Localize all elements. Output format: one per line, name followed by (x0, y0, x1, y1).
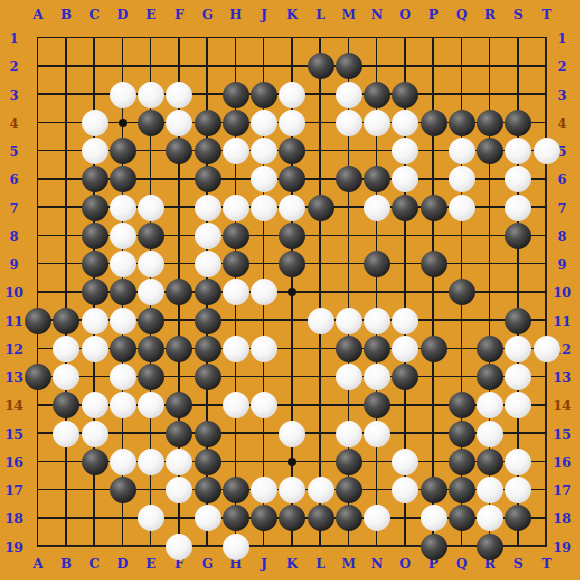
cell-B7[interactable] (52, 193, 80, 221)
cell-M13[interactable] (335, 363, 363, 391)
cell-D17[interactable] (109, 476, 137, 504)
cell-L17[interactable] (306, 476, 334, 504)
cell-A9[interactable] (24, 250, 52, 278)
cell-N4[interactable] (363, 109, 391, 137)
cell-S13[interactable] (504, 363, 532, 391)
cell-A5[interactable] (24, 137, 52, 165)
cell-L18[interactable] (306, 504, 334, 532)
cell-D1[interactable] (109, 24, 137, 52)
cell-T7[interactable] (532, 193, 560, 221)
cell-M12[interactable] (335, 335, 363, 363)
cell-C2[interactable] (80, 52, 108, 80)
cell-M18[interactable] (335, 504, 363, 532)
cell-K10[interactable] (278, 278, 306, 306)
cell-H5[interactable] (222, 137, 250, 165)
cell-A10[interactable] (24, 278, 52, 306)
cell-E11[interactable] (137, 306, 165, 334)
cell-E6[interactable] (137, 165, 165, 193)
cell-B6[interactable] (52, 165, 80, 193)
cell-L8[interactable] (306, 222, 334, 250)
cell-E3[interactable] (137, 80, 165, 108)
cell-D16[interactable] (109, 448, 137, 476)
cell-F19[interactable] (165, 532, 193, 560)
cell-Q8[interactable] (448, 222, 476, 250)
cell-D14[interactable] (109, 391, 137, 419)
cell-N17[interactable] (363, 476, 391, 504)
cell-K6[interactable] (278, 165, 306, 193)
cell-D3[interactable] (109, 80, 137, 108)
cell-B15[interactable] (52, 419, 80, 447)
cell-S11[interactable] (504, 306, 532, 334)
cell-H11[interactable] (222, 306, 250, 334)
cell-O6[interactable] (391, 165, 419, 193)
cell-H3[interactable] (222, 80, 250, 108)
cell-P7[interactable] (419, 193, 447, 221)
cell-N1[interactable] (363, 24, 391, 52)
cell-K11[interactable] (278, 306, 306, 334)
cell-G16[interactable] (193, 448, 221, 476)
cell-O1[interactable] (391, 24, 419, 52)
cell-R10[interactable] (476, 278, 504, 306)
cell-O12[interactable] (391, 335, 419, 363)
cell-M4[interactable] (335, 109, 363, 137)
cell-M10[interactable] (335, 278, 363, 306)
cell-R5[interactable] (476, 137, 504, 165)
cell-L5[interactable] (306, 137, 334, 165)
cell-M16[interactable] (335, 448, 363, 476)
cell-C9[interactable] (80, 250, 108, 278)
cell-Q15[interactable] (448, 419, 476, 447)
cell-O2[interactable] (391, 52, 419, 80)
cell-R3[interactable] (476, 80, 504, 108)
cell-O10[interactable] (391, 278, 419, 306)
cell-E8[interactable] (137, 222, 165, 250)
cell-Q5[interactable] (448, 137, 476, 165)
cell-A1[interactable] (24, 24, 52, 52)
cell-G1[interactable] (193, 24, 221, 52)
cell-L16[interactable] (306, 448, 334, 476)
cell-D13[interactable] (109, 363, 137, 391)
cell-J11[interactable] (250, 306, 278, 334)
cell-C6[interactable] (80, 165, 108, 193)
cell-F4[interactable] (165, 109, 193, 137)
cell-H2[interactable] (222, 52, 250, 80)
cell-O16[interactable] (391, 448, 419, 476)
cell-M15[interactable] (335, 419, 363, 447)
cell-G7[interactable] (193, 193, 221, 221)
cell-K8[interactable] (278, 222, 306, 250)
cell-B2[interactable] (52, 52, 80, 80)
cell-L2[interactable] (306, 52, 334, 80)
cell-F10[interactable] (165, 278, 193, 306)
cell-J16[interactable] (250, 448, 278, 476)
cell-B9[interactable] (52, 250, 80, 278)
cell-M6[interactable] (335, 165, 363, 193)
cell-B5[interactable] (52, 137, 80, 165)
cell-P16[interactable] (419, 448, 447, 476)
cell-F9[interactable] (165, 250, 193, 278)
cell-E9[interactable] (137, 250, 165, 278)
cell-M9[interactable] (335, 250, 363, 278)
cell-J4[interactable] (250, 109, 278, 137)
cell-N12[interactable] (363, 335, 391, 363)
cell-B12[interactable] (52, 335, 80, 363)
cell-P8[interactable] (419, 222, 447, 250)
cell-J1[interactable] (250, 24, 278, 52)
cell-O15[interactable] (391, 419, 419, 447)
cell-G5[interactable] (193, 137, 221, 165)
cell-H13[interactable] (222, 363, 250, 391)
cell-P19[interactable] (419, 532, 447, 560)
cell-Q18[interactable] (448, 504, 476, 532)
cell-T1[interactable] (532, 24, 560, 52)
cell-C10[interactable] (80, 278, 108, 306)
cell-P6[interactable] (419, 165, 447, 193)
cell-N11[interactable] (363, 306, 391, 334)
cell-A2[interactable] (24, 52, 52, 80)
cell-O7[interactable] (391, 193, 419, 221)
cell-H9[interactable] (222, 250, 250, 278)
cell-P13[interactable] (419, 363, 447, 391)
cell-J18[interactable] (250, 504, 278, 532)
cell-E4[interactable] (137, 109, 165, 137)
cell-A3[interactable] (24, 80, 52, 108)
cell-T5[interactable] (532, 137, 560, 165)
cell-H8[interactable] (222, 222, 250, 250)
cell-N6[interactable] (363, 165, 391, 193)
cell-L10[interactable] (306, 278, 334, 306)
cell-L1[interactable] (306, 24, 334, 52)
cell-M5[interactable] (335, 137, 363, 165)
cell-Q6[interactable] (448, 165, 476, 193)
cell-F1[interactable] (165, 24, 193, 52)
cell-D12[interactable] (109, 335, 137, 363)
cell-G13[interactable] (193, 363, 221, 391)
cell-L11[interactable] (306, 306, 334, 334)
cell-R1[interactable] (476, 24, 504, 52)
cell-S3[interactable] (504, 80, 532, 108)
cell-D10[interactable] (109, 278, 137, 306)
cell-M14[interactable] (335, 391, 363, 419)
cell-A18[interactable] (24, 504, 52, 532)
cell-P5[interactable] (419, 137, 447, 165)
cell-Q4[interactable] (448, 109, 476, 137)
cell-J17[interactable] (250, 476, 278, 504)
cell-S9[interactable] (504, 250, 532, 278)
cell-K3[interactable] (278, 80, 306, 108)
cell-C3[interactable] (80, 80, 108, 108)
cell-H12[interactable] (222, 335, 250, 363)
cell-H6[interactable] (222, 165, 250, 193)
cell-S12[interactable] (504, 335, 532, 363)
cell-E5[interactable] (137, 137, 165, 165)
cell-C11[interactable] (80, 306, 108, 334)
cell-D8[interactable] (109, 222, 137, 250)
cell-H16[interactable] (222, 448, 250, 476)
cell-L7[interactable] (306, 193, 334, 221)
cell-B18[interactable] (52, 504, 80, 532)
cell-M7[interactable] (335, 193, 363, 221)
cell-R8[interactable] (476, 222, 504, 250)
cell-G9[interactable] (193, 250, 221, 278)
cell-G8[interactable] (193, 222, 221, 250)
cell-F5[interactable] (165, 137, 193, 165)
cell-F2[interactable] (165, 52, 193, 80)
cell-S10[interactable] (504, 278, 532, 306)
cell-D9[interactable] (109, 250, 137, 278)
cell-G4[interactable] (193, 109, 221, 137)
cell-A11[interactable] (24, 306, 52, 334)
cell-T2[interactable] (532, 52, 560, 80)
cell-C15[interactable] (80, 419, 108, 447)
cell-K4[interactable] (278, 109, 306, 137)
cell-P14[interactable] (419, 391, 447, 419)
cell-A6[interactable] (24, 165, 52, 193)
cell-J7[interactable] (250, 193, 278, 221)
cell-S1[interactable] (504, 24, 532, 52)
cell-G17[interactable] (193, 476, 221, 504)
cell-M17[interactable] (335, 476, 363, 504)
cell-B13[interactable] (52, 363, 80, 391)
cell-Q3[interactable] (448, 80, 476, 108)
cell-K9[interactable] (278, 250, 306, 278)
cell-R6[interactable] (476, 165, 504, 193)
cell-J12[interactable] (250, 335, 278, 363)
cell-H15[interactable] (222, 419, 250, 447)
cell-F16[interactable] (165, 448, 193, 476)
cell-E1[interactable] (137, 24, 165, 52)
cell-K13[interactable] (278, 363, 306, 391)
cell-M11[interactable] (335, 306, 363, 334)
cell-O4[interactable] (391, 109, 419, 137)
cell-S4[interactable] (504, 109, 532, 137)
cell-Q14[interactable] (448, 391, 476, 419)
cell-K7[interactable] (278, 193, 306, 221)
cell-J10[interactable] (250, 278, 278, 306)
cell-R4[interactable] (476, 109, 504, 137)
cell-N3[interactable] (363, 80, 391, 108)
cell-P12[interactable] (419, 335, 447, 363)
cell-J9[interactable] (250, 250, 278, 278)
cell-Q10[interactable] (448, 278, 476, 306)
cell-N10[interactable] (363, 278, 391, 306)
cell-H19[interactable] (222, 532, 250, 560)
cell-D18[interactable] (109, 504, 137, 532)
cell-T12[interactable] (532, 335, 560, 363)
cell-E10[interactable] (137, 278, 165, 306)
cell-A16[interactable] (24, 448, 52, 476)
cell-P9[interactable] (419, 250, 447, 278)
cell-L4[interactable] (306, 109, 334, 137)
cell-R2[interactable] (476, 52, 504, 80)
cell-S6[interactable] (504, 165, 532, 193)
cell-K5[interactable] (278, 137, 306, 165)
cell-O9[interactable] (391, 250, 419, 278)
cell-P17[interactable] (419, 476, 447, 504)
cell-S15[interactable] (504, 419, 532, 447)
cell-D4[interactable] (109, 109, 137, 137)
cell-A8[interactable] (24, 222, 52, 250)
cell-G10[interactable] (193, 278, 221, 306)
cell-R12[interactable] (476, 335, 504, 363)
cell-K12[interactable] (278, 335, 306, 363)
cell-P4[interactable] (419, 109, 447, 137)
cell-T4[interactable] (532, 109, 560, 137)
cell-Q17[interactable] (448, 476, 476, 504)
cell-O18[interactable] (391, 504, 419, 532)
cell-K16[interactable] (278, 448, 306, 476)
cell-P18[interactable] (419, 504, 447, 532)
cell-R15[interactable] (476, 419, 504, 447)
cell-H7[interactable] (222, 193, 250, 221)
cell-D2[interactable] (109, 52, 137, 80)
cell-N2[interactable] (363, 52, 391, 80)
cell-J14[interactable] (250, 391, 278, 419)
cell-E2[interactable] (137, 52, 165, 80)
cell-F3[interactable] (165, 80, 193, 108)
cell-O11[interactable] (391, 306, 419, 334)
cell-M3[interactable] (335, 80, 363, 108)
cell-R18[interactable] (476, 504, 504, 532)
cell-F11[interactable] (165, 306, 193, 334)
cell-P10[interactable] (419, 278, 447, 306)
cell-L12[interactable] (306, 335, 334, 363)
cell-H10[interactable] (222, 278, 250, 306)
cell-A7[interactable] (24, 193, 52, 221)
cell-R13[interactable] (476, 363, 504, 391)
cell-C17[interactable] (80, 476, 108, 504)
cell-G15[interactable] (193, 419, 221, 447)
cell-T9[interactable] (532, 250, 560, 278)
cell-D7[interactable] (109, 193, 137, 221)
cell-E17[interactable] (137, 476, 165, 504)
cell-T8[interactable] (532, 222, 560, 250)
cell-S16[interactable] (504, 448, 532, 476)
cell-E18[interactable] (137, 504, 165, 532)
cell-N8[interactable] (363, 222, 391, 250)
cell-F15[interactable] (165, 419, 193, 447)
cell-J3[interactable] (250, 80, 278, 108)
cell-C7[interactable] (80, 193, 108, 221)
cell-E13[interactable] (137, 363, 165, 391)
cell-R14[interactable] (476, 391, 504, 419)
cell-R11[interactable] (476, 306, 504, 334)
cell-H17[interactable] (222, 476, 250, 504)
cell-O17[interactable] (391, 476, 419, 504)
cell-O3[interactable] (391, 80, 419, 108)
cell-E7[interactable] (137, 193, 165, 221)
cell-H1[interactable] (222, 24, 250, 52)
cell-Q11[interactable] (448, 306, 476, 334)
cell-M1[interactable] (335, 24, 363, 52)
cell-Q16[interactable] (448, 448, 476, 476)
cell-K17[interactable] (278, 476, 306, 504)
cell-F13[interactable] (165, 363, 193, 391)
cell-M8[interactable] (335, 222, 363, 250)
cell-C5[interactable] (80, 137, 108, 165)
cell-S18[interactable] (504, 504, 532, 532)
cell-P3[interactable] (419, 80, 447, 108)
cell-L6[interactable] (306, 165, 334, 193)
cell-S2[interactable] (504, 52, 532, 80)
cell-A4[interactable] (24, 109, 52, 137)
cell-C14[interactable] (80, 391, 108, 419)
cell-F6[interactable] (165, 165, 193, 193)
cell-O8[interactable] (391, 222, 419, 250)
cell-S8[interactable] (504, 222, 532, 250)
cell-B14[interactable] (52, 391, 80, 419)
cell-J15[interactable] (250, 419, 278, 447)
cell-J8[interactable] (250, 222, 278, 250)
cell-K14[interactable] (278, 391, 306, 419)
cell-K1[interactable] (278, 24, 306, 52)
cell-G3[interactable] (193, 80, 221, 108)
cell-B11[interactable] (52, 306, 80, 334)
cell-D6[interactable] (109, 165, 137, 193)
cell-H4[interactable] (222, 109, 250, 137)
cell-Q13[interactable] (448, 363, 476, 391)
cell-P15[interactable] (419, 419, 447, 447)
cell-R7[interactable] (476, 193, 504, 221)
cell-E16[interactable] (137, 448, 165, 476)
cell-N7[interactable] (363, 193, 391, 221)
cell-F17[interactable] (165, 476, 193, 504)
cell-H18[interactable] (222, 504, 250, 532)
cell-Q7[interactable] (448, 193, 476, 221)
cell-F7[interactable] (165, 193, 193, 221)
cell-H14[interactable] (222, 391, 250, 419)
cell-N13[interactable] (363, 363, 391, 391)
cell-Q12[interactable] (448, 335, 476, 363)
cell-O13[interactable] (391, 363, 419, 391)
cell-G18[interactable] (193, 504, 221, 532)
cell-S14[interactable] (504, 391, 532, 419)
cell-R19[interactable] (476, 532, 504, 560)
cell-R17[interactable] (476, 476, 504, 504)
cell-L14[interactable] (306, 391, 334, 419)
cell-L15[interactable] (306, 419, 334, 447)
cell-N5[interactable] (363, 137, 391, 165)
cell-R16[interactable] (476, 448, 504, 476)
cell-C1[interactable] (80, 24, 108, 52)
cell-A14[interactable] (24, 391, 52, 419)
cell-F14[interactable] (165, 391, 193, 419)
cell-K2[interactable] (278, 52, 306, 80)
cell-M2[interactable] (335, 52, 363, 80)
cell-Q2[interactable] (448, 52, 476, 80)
cell-N15[interactable] (363, 419, 391, 447)
cell-S7[interactable] (504, 193, 532, 221)
cell-G14[interactable] (193, 391, 221, 419)
cell-B17[interactable] (52, 476, 80, 504)
cell-Q1[interactable] (448, 24, 476, 52)
cell-B3[interactable] (52, 80, 80, 108)
cell-C4[interactable] (80, 109, 108, 137)
cell-N16[interactable] (363, 448, 391, 476)
cell-R9[interactable] (476, 250, 504, 278)
cell-P2[interactable] (419, 52, 447, 80)
cell-A13[interactable] (24, 363, 52, 391)
cell-D11[interactable] (109, 306, 137, 334)
cell-L3[interactable] (306, 80, 334, 108)
cell-L13[interactable] (306, 363, 334, 391)
cell-F12[interactable] (165, 335, 193, 363)
cell-S17[interactable] (504, 476, 532, 504)
cell-P11[interactable] (419, 306, 447, 334)
cell-Q9[interactable] (448, 250, 476, 278)
cell-P1[interactable] (419, 24, 447, 52)
cell-C12[interactable] (80, 335, 108, 363)
